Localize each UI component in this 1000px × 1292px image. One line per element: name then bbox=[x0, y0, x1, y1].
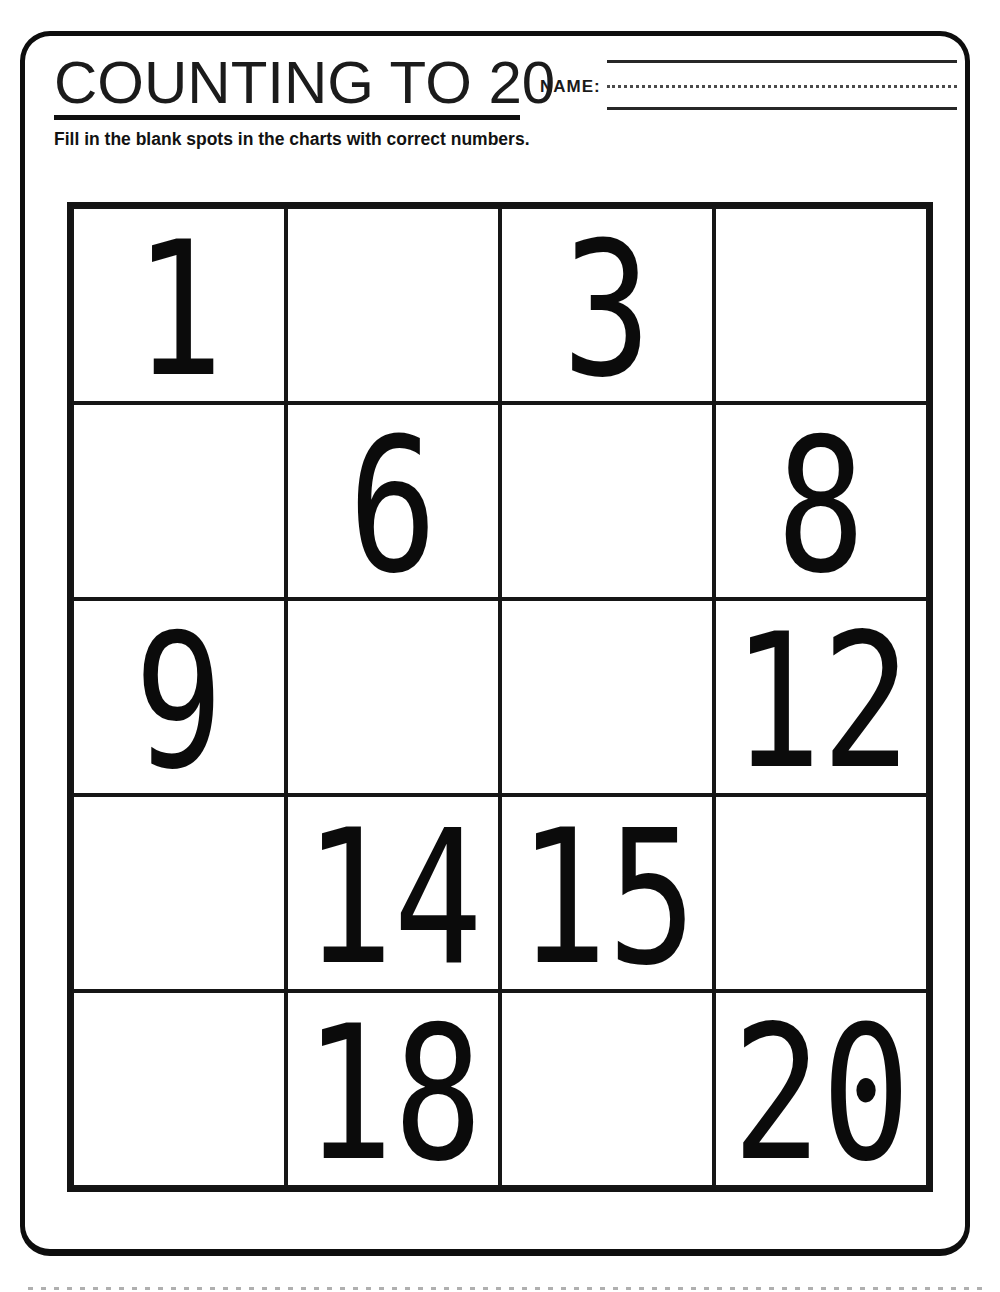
name-write-line[interactable] bbox=[607, 85, 957, 88]
grid-cell-r4c2: 14 bbox=[286, 795, 500, 991]
grid-cell-r1c2[interactable] bbox=[286, 207, 500, 403]
grid-cell-r2c4: 8 bbox=[714, 403, 928, 599]
name-line-bottom bbox=[607, 107, 957, 110]
cell-number: 18 bbox=[304, 1002, 482, 1187]
name-label: NAME: bbox=[540, 77, 601, 97]
grid-cell-r4c3: 15 bbox=[500, 795, 714, 991]
grid-cell-r3c1: 9 bbox=[72, 599, 286, 795]
cell-number: 3 bbox=[562, 218, 651, 403]
grid-cell-r5c1[interactable] bbox=[72, 991, 286, 1187]
grid-cell-r3c3[interactable] bbox=[500, 599, 714, 795]
cell-number: 20 bbox=[732, 1002, 910, 1187]
bottom-edge-artifact bbox=[28, 1287, 983, 1290]
grid-cell-r2c1[interactable] bbox=[72, 403, 286, 599]
cell-number: 15 bbox=[518, 806, 696, 991]
grid-cell-r2c3[interactable] bbox=[500, 403, 714, 599]
cell-number: 9 bbox=[134, 610, 223, 795]
grid-cell-r5c4: 20 bbox=[714, 991, 928, 1187]
grid-cell-r3c4: 12 bbox=[714, 599, 928, 795]
grid-cell-r1c1: 1 bbox=[72, 207, 286, 403]
grid-cell-r3c2[interactable] bbox=[286, 599, 500, 795]
grid-cell-r4c1[interactable] bbox=[72, 795, 286, 991]
grid-cell-r4c4[interactable] bbox=[714, 795, 928, 991]
cell-number: 6 bbox=[348, 414, 437, 599]
cell-number: 8 bbox=[776, 414, 865, 599]
title-underline bbox=[54, 115, 520, 120]
name-field[interactable] bbox=[607, 60, 957, 112]
page-title: COUNTING TO 20 bbox=[54, 48, 555, 117]
cell-number: 1 bbox=[134, 218, 223, 403]
grid-cell-r5c2: 18 bbox=[286, 991, 500, 1187]
grid-cell-r1c4[interactable] bbox=[714, 207, 928, 403]
grid-cell-r2c2: 6 bbox=[286, 403, 500, 599]
board: 136891214151820 bbox=[67, 202, 933, 1192]
cell-number: 14 bbox=[304, 806, 482, 991]
grid-cell-r1c3: 3 bbox=[500, 207, 714, 403]
instructions-text: Fill in the blank spots in the charts wi… bbox=[54, 129, 530, 150]
grid-cell-r5c3[interactable] bbox=[500, 991, 714, 1187]
cell-number: 12 bbox=[732, 610, 910, 795]
name-line-top bbox=[607, 60, 957, 63]
